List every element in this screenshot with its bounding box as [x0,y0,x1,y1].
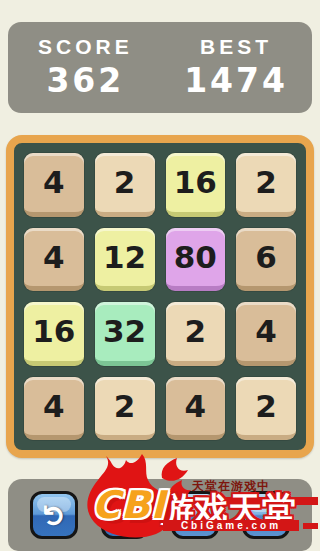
board-grid: 421624128061632244242 [24,153,296,440]
tile-r4c4: 2 [236,377,296,441]
score-value: 362 [38,61,133,100]
tile-r3c3: 2 [166,302,226,366]
best-box: BEST 1474 [184,35,288,113]
game-screen: SCORE 362 BEST 1474 42162412806163224424… [0,0,320,551]
score-label: SCORE [38,35,133,59]
undo-arrow-icon: ↺ [40,503,69,527]
tile-r3c2: 32 [95,302,155,366]
tile-r1c4: 2 [236,153,296,217]
best-label: BEST [184,35,288,59]
tile-r2c2: 12 [95,228,155,292]
tile-r2c3: 80 [166,228,226,292]
toolbar-button-2[interactable] [101,491,149,539]
bottom-toolbar: ↺ [8,479,312,551]
tile-r3c4: 4 [236,302,296,366]
undo-button[interactable]: ↺ [30,491,78,539]
tile-r4c3: 4 [166,377,226,441]
score-box: SCORE 362 [38,35,133,113]
tile-r2c1: 4 [24,228,84,292]
tile-r1c2: 2 [95,153,155,217]
toolbar-button-3[interactable] [171,491,219,539]
best-value: 1474 [184,61,288,100]
tile-r4c1: 4 [24,377,84,441]
tile-r1c3: 16 [166,153,226,217]
tile-r1c1: 4 [24,153,84,217]
score-panel: SCORE 362 BEST 1474 [8,22,312,113]
tile-r3c1: 16 [24,302,84,366]
toolbar-button-4[interactable] [242,491,290,539]
game-board[interactable]: 421624128061632244242 [6,135,314,458]
tile-r4c2: 2 [95,377,155,441]
tile-r2c4: 6 [236,228,296,292]
